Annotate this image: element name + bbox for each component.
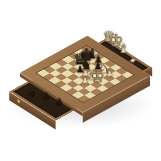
square-a1[interactable] <box>78 95 90 102</box>
tray-piece-white-bishop[interactable]: ♝ <box>115 42 131 55</box>
product-photo-stage: ♞♟♟ ♛♚♝♜ ♛♚♝♟♞♟♟♟♟♝♟♞♚♟ <box>0 0 161 161</box>
piece-white-pawn[interactable]: ♟ <box>77 76 93 85</box>
left-drawer-knob-icon[interactable] <box>17 99 20 104</box>
